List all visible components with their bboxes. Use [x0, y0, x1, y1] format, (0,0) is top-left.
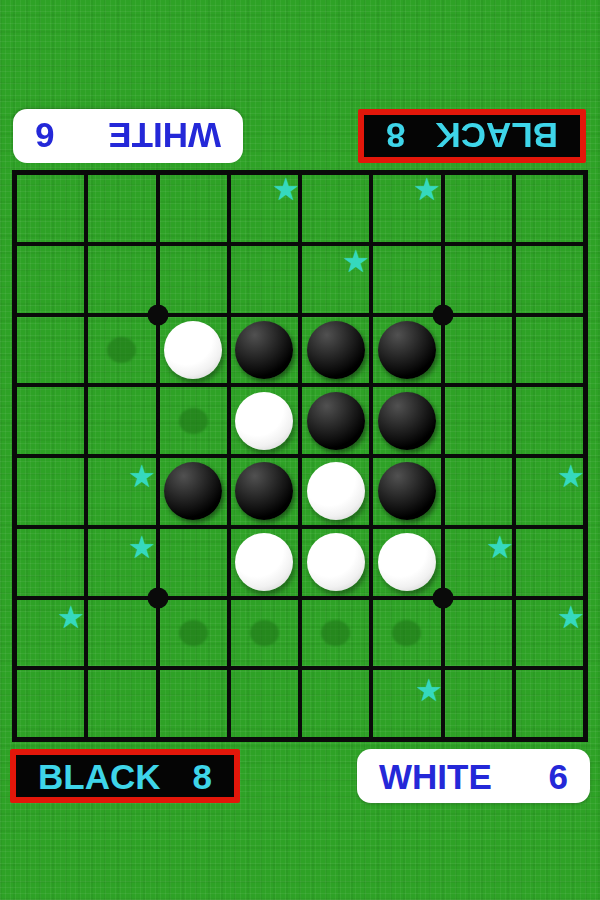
board-cell-a3[interactable] [15, 315, 86, 386]
white-score-label: WHITE [108, 119, 221, 154]
black-disc [307, 321, 365, 379]
board-cell-d4[interactable] [229, 385, 300, 456]
board-cell-d3[interactable] [229, 315, 300, 386]
legal-move-hint[interactable] [250, 620, 279, 646]
board-cell-f1[interactable] [371, 173, 442, 244]
board-cell-e2[interactable] [300, 244, 371, 315]
legal-move-hint[interactable] [107, 337, 136, 363]
black-disc [307, 392, 365, 450]
board-cell-b3[interactable] [86, 315, 157, 386]
board-cell-f5[interactable] [371, 456, 442, 527]
board-cell-g7[interactable] [443, 598, 514, 669]
board-cell-c8[interactable] [158, 668, 229, 739]
board-cell-f7[interactable] [371, 598, 442, 669]
board-cell-h5[interactable] [514, 456, 585, 527]
board-cell-g1[interactable] [443, 173, 514, 244]
board-cell-e8[interactable] [300, 668, 371, 739]
board-cell-b4[interactable] [86, 385, 157, 456]
white-score-value: 6 [35, 119, 54, 154]
black-disc [235, 462, 293, 520]
board-cell-a2[interactable] [15, 244, 86, 315]
board-cell-e4[interactable] [300, 385, 371, 456]
score-panel-black-top: BLACK 8 [358, 109, 586, 163]
white-disc [235, 392, 293, 450]
othello-board: ★★★★★★★★★★ [12, 170, 588, 742]
white-score-value: 6 [549, 759, 568, 794]
legal-move-hint[interactable] [321, 620, 350, 646]
board-cell-f4[interactable] [371, 385, 442, 456]
board-cell-g5[interactable] [443, 456, 514, 527]
board-cell-b2[interactable] [86, 244, 157, 315]
white-score-label: WHITE [379, 759, 492, 794]
legal-move-hint[interactable] [392, 620, 421, 646]
score-panel-white-bottom: WHITE 6 [357, 749, 590, 803]
board-cell-e7[interactable] [300, 598, 371, 669]
black-score-value: 8 [386, 119, 405, 154]
board-cell-f6[interactable] [371, 527, 442, 598]
board-cell-c3[interactable] [158, 315, 229, 386]
board-cell-f2[interactable] [371, 244, 442, 315]
board-cell-c6[interactable] [158, 527, 229, 598]
board-cell-b7[interactable] [86, 598, 157, 669]
board-cell-h7[interactable] [514, 598, 585, 669]
black-score-label: BLACK [436, 119, 558, 154]
board-cell-b6[interactable] [86, 527, 157, 598]
board-cell-c5[interactable] [158, 456, 229, 527]
board-cell-d6[interactable] [229, 527, 300, 598]
board-cell-a7[interactable] [15, 598, 86, 669]
board-cell-g6[interactable] [443, 527, 514, 598]
board-cell-a6[interactable] [15, 527, 86, 598]
score-panel-black-bottom: BLACK 8 [10, 749, 240, 803]
board-cell-c2[interactable] [158, 244, 229, 315]
legal-move-hint[interactable] [179, 408, 208, 434]
board-cell-d7[interactable] [229, 598, 300, 669]
black-disc [378, 321, 436, 379]
board-cell-c4[interactable] [158, 385, 229, 456]
board-cell-e1[interactable] [300, 173, 371, 244]
board-cell-g8[interactable] [443, 668, 514, 739]
board-cell-b1[interactable] [86, 173, 157, 244]
legal-move-hint[interactable] [179, 620, 208, 646]
black-score-value: 8 [193, 759, 212, 794]
board-cell-c7[interactable] [158, 598, 229, 669]
white-disc [235, 533, 293, 591]
board-cell-g4[interactable] [443, 385, 514, 456]
board-cell-a5[interactable] [15, 456, 86, 527]
board-cell-f3[interactable] [371, 315, 442, 386]
board-cell-a1[interactable] [15, 173, 86, 244]
board-cell-d1[interactable] [229, 173, 300, 244]
score-panel-white-top: WHITE 6 [13, 109, 243, 163]
board-cell-h8[interactable] [514, 668, 585, 739]
board-cell-e6[interactable] [300, 527, 371, 598]
board-cell-a8[interactable] [15, 668, 86, 739]
board-cell-g3[interactable] [443, 315, 514, 386]
black-score-label: BLACK [38, 759, 160, 794]
white-disc [378, 533, 436, 591]
board-cell-d5[interactable] [229, 456, 300, 527]
board-cell-e3[interactable] [300, 315, 371, 386]
board-cell-g2[interactable] [443, 244, 514, 315]
board-grid [15, 173, 585, 739]
board-cell-h3[interactable] [514, 315, 585, 386]
board-cell-h1[interactable] [514, 173, 585, 244]
board-cell-b8[interactable] [86, 668, 157, 739]
black-disc [378, 462, 436, 520]
white-disc [307, 533, 365, 591]
board-cell-e5[interactable] [300, 456, 371, 527]
white-disc [307, 462, 365, 520]
white-disc [164, 321, 222, 379]
black-disc [164, 462, 222, 520]
black-disc [235, 321, 293, 379]
othello-game-screen: WHITE 6 BLACK 8 ★★★★★★★★★★ BLACK 8 WHITE… [0, 0, 600, 900]
black-disc [378, 392, 436, 450]
board-cell-h2[interactable] [514, 244, 585, 315]
board-cell-b5[interactable] [86, 456, 157, 527]
board-cell-h4[interactable] [514, 385, 585, 456]
board-cell-f8[interactable] [371, 668, 442, 739]
board-cell-a4[interactable] [15, 385, 86, 456]
board-cell-c1[interactable] [158, 173, 229, 244]
board-cell-d8[interactable] [229, 668, 300, 739]
board-cell-d2[interactable] [229, 244, 300, 315]
board-cell-h6[interactable] [514, 527, 585, 598]
